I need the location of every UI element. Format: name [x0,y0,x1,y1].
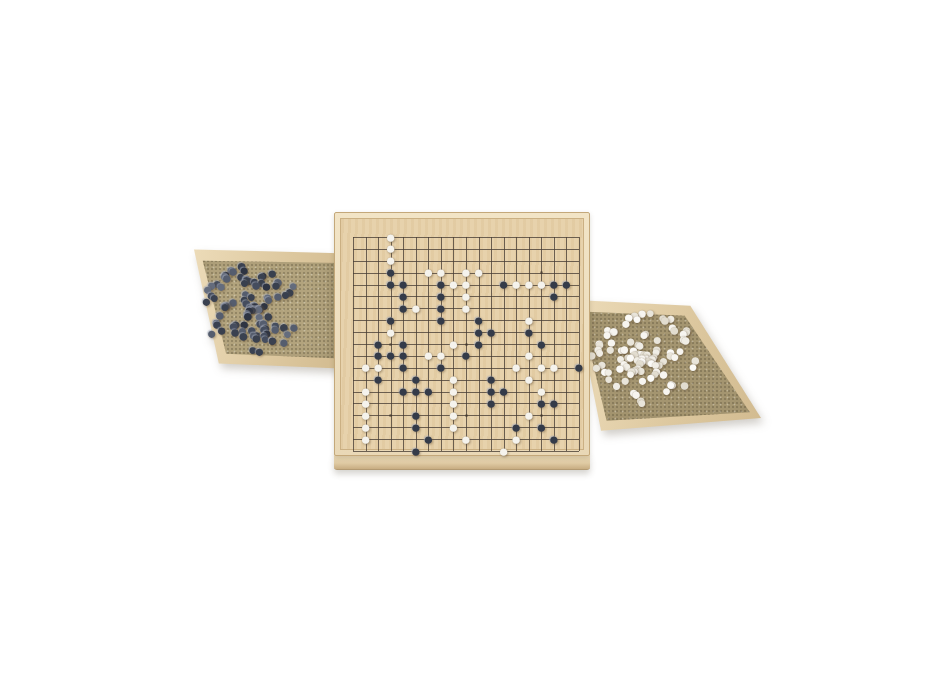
black-stone[interactable]: ● [422,385,435,398]
black-stone[interactable]: ● [547,397,560,410]
white-stone[interactable]: ● [460,302,473,315]
white-stone[interactable]: ● [547,361,560,374]
grid-line-vertical [579,237,580,451]
white-stone[interactable]: ● [460,433,473,446]
white-stone-tray: ●●●●●●●●●●●●●●●●●●●●●●●●●●●●●●●●●●●●●●●●… [575,293,761,435]
white-stone[interactable]: ● [535,361,548,374]
black-stone[interactable]: ● [434,361,447,374]
black-stone[interactable]: ● [372,373,385,386]
white-stone[interactable]: ● [510,433,523,446]
black-stone[interactable]: ● [384,349,397,362]
black-stone[interactable]: ● [535,421,548,434]
black-stone[interactable]: ● [384,278,397,291]
grid-line-horizontal [353,451,579,452]
white-stone[interactable]: ● [447,338,460,351]
black-stone[interactable]: ● [472,338,485,351]
white-tray-stone: ● [636,396,649,409]
black-stone-pile: ●●●●●●●●●●●●●●●●●●●●●●●●●●●●●●●●●●●●●●●●… [194,247,340,371]
black-stone[interactable]: ● [434,314,447,327]
white-stone[interactable]: ● [522,349,535,362]
black-stone[interactable]: ● [397,385,410,398]
black-stone[interactable]: ● [397,361,410,374]
black-stone[interactable]: ● [497,278,510,291]
white-stone[interactable]: ● [535,278,548,291]
stones-layer: ●●●●●●●●●●●●●●●●●●●●●●●●●●●●●●●●●●●●●●●●… [353,237,579,451]
black-tray-stone: ● [205,327,218,340]
white-stone[interactable]: ● [422,266,435,279]
black-stone[interactable]: ● [560,278,573,291]
white-stone[interactable]: ● [359,361,372,374]
black-stone[interactable]: ● [485,397,498,410]
black-stone-tray: ●●●●●●●●●●●●●●●●●●●●●●●●●●●●●●●●●●●●●●●●… [194,247,340,371]
black-tray-stone: ● [277,336,290,349]
black-stone[interactable]: ● [535,397,548,410]
white-stone[interactable]: ● [472,266,485,279]
black-stone[interactable]: ● [409,445,422,458]
white-tray-stone: ● [678,379,691,392]
white-stone[interactable]: ● [522,278,535,291]
white-tray-stone: ● [687,360,700,373]
black-stone[interactable]: ● [535,338,548,351]
white-stone[interactable]: ● [409,302,422,315]
go-board[interactable]: ●●●●●●●●●●●●●●●●●●●●●●●●●●●●●●●●●●●●●●●●… [334,212,590,456]
white-tray-stone: ● [660,384,673,397]
white-stone[interactable]: ● [522,409,535,422]
black-stone[interactable]: ● [547,290,560,303]
go-board-surface[interactable]: ●●●●●●●●●●●●●●●●●●●●●●●●●●●●●●●●●●●●●●●●… [340,218,584,450]
board-front-edge [334,454,590,470]
white-stone[interactable]: ● [422,349,435,362]
white-stone-pile: ●●●●●●●●●●●●●●●●●●●●●●●●●●●●●●●●●●●●●●●●… [575,293,761,435]
black-stone[interactable]: ● [522,326,535,339]
black-stone[interactable]: ● [422,433,435,446]
white-stone[interactable]: ● [447,278,460,291]
black-stone[interactable]: ● [485,326,498,339]
black-tray-stone: ● [253,345,266,358]
white-tray-stone: ● [619,317,632,330]
product-photo-scene: ●●●●●●●●●●●●●●●●●●●●●●●●●●●●●●●●●●●●●●●●… [0,0,928,686]
black-stone[interactable]: ● [397,302,410,315]
white-stone[interactable]: ● [522,373,535,386]
black-stone[interactable]: ● [497,385,510,398]
black-stone[interactable]: ● [547,433,560,446]
white-stone[interactable]: ● [359,433,372,446]
white-tray-stone: ● [610,379,623,392]
white-stone[interactable]: ● [510,361,523,374]
white-tray-stone: ● [668,350,681,363]
black-tray-stone: ● [200,295,213,308]
white-stone[interactable]: ● [384,326,397,339]
white-stone[interactable]: ● [447,421,460,434]
black-stone[interactable]: ● [573,361,586,374]
black-stone[interactable]: ● [460,349,473,362]
white-stone[interactable]: ● [497,445,510,458]
black-stone[interactable]: ● [409,421,422,434]
white-stone[interactable]: ● [510,278,523,291]
black-stone[interactable]: ● [409,385,422,398]
